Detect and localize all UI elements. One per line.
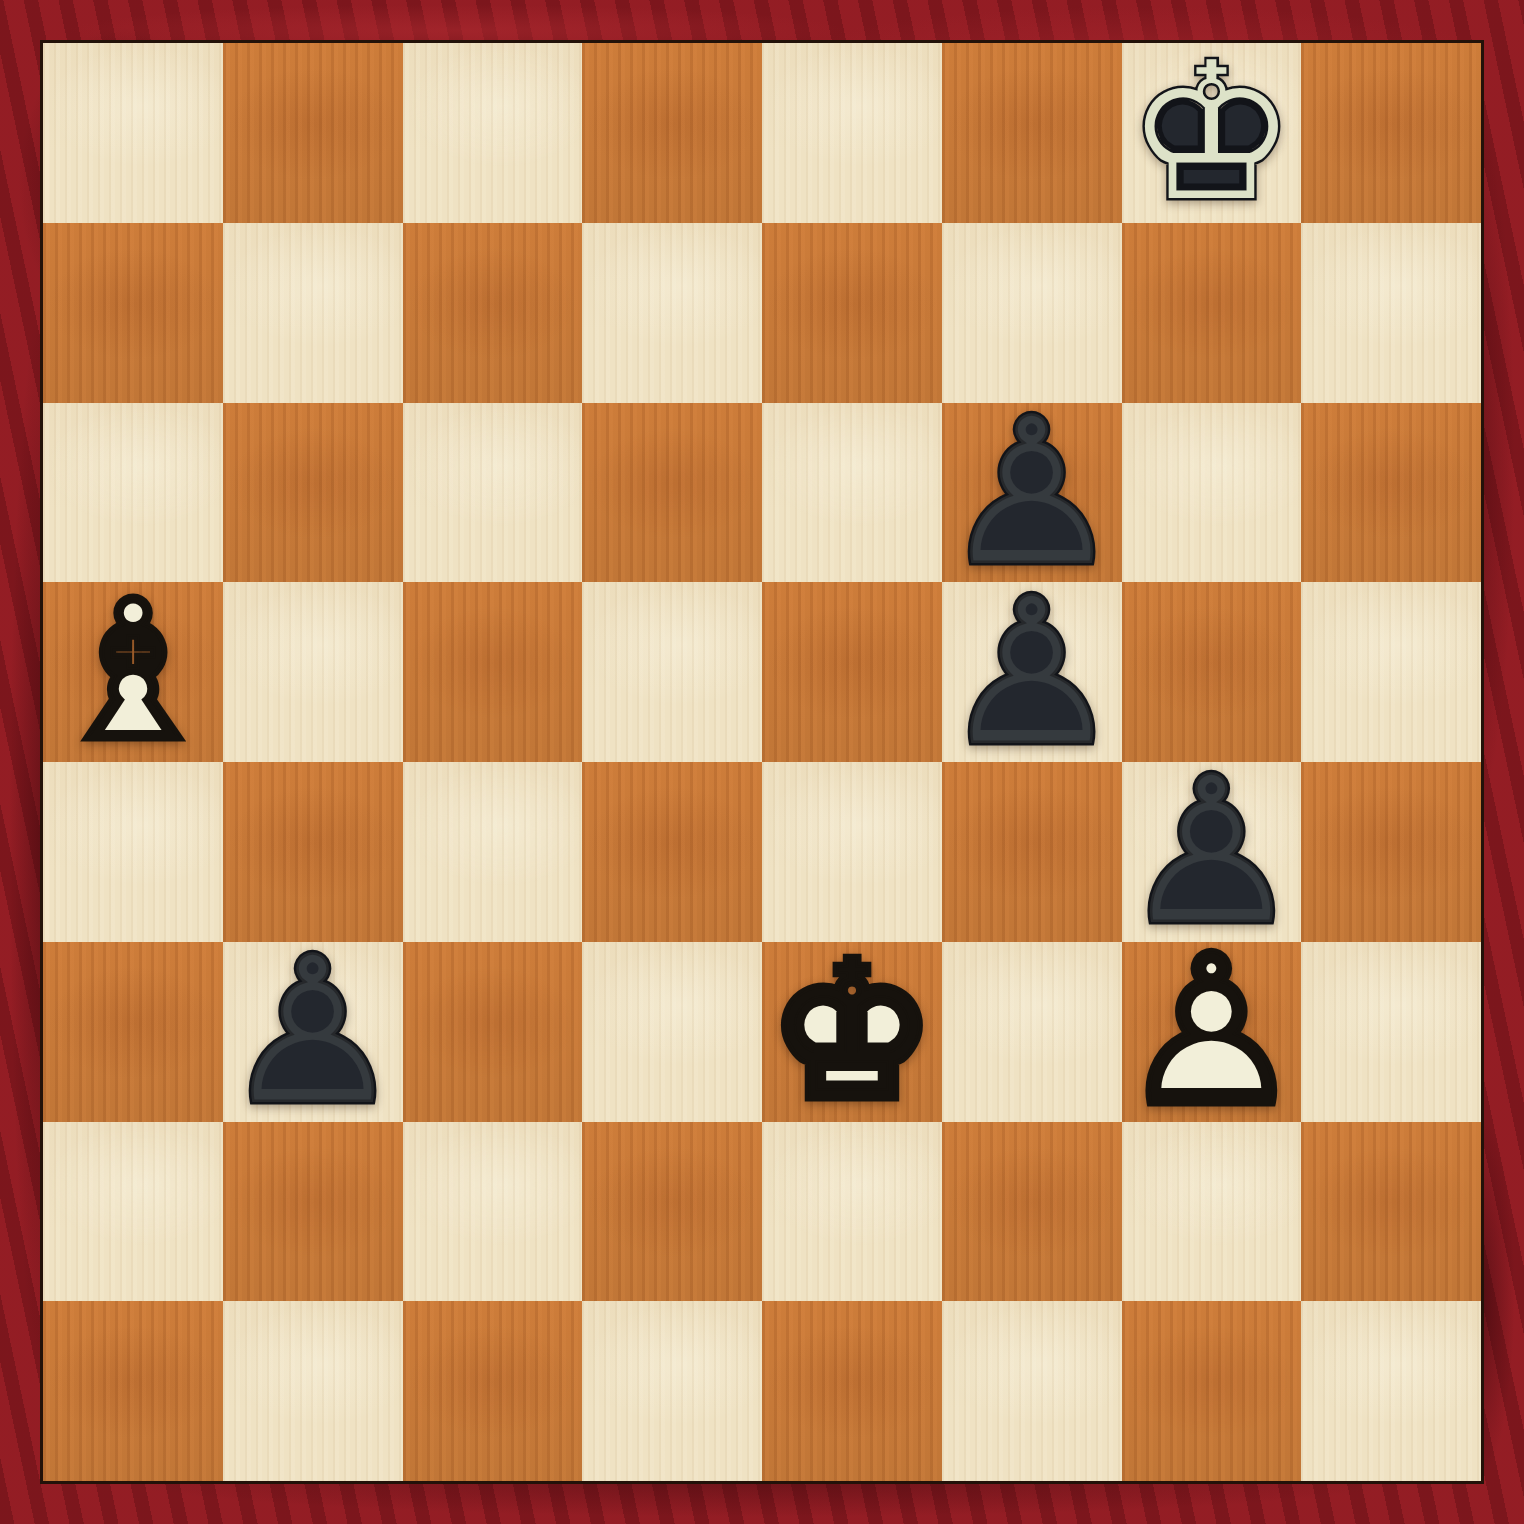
square-f3[interactable] [942,942,1122,1122]
square-c4[interactable] [403,762,583,942]
black-king[interactable]: ♚♔ [1122,43,1302,223]
square-h7[interactable] [1301,223,1481,403]
square-c1[interactable] [403,1301,583,1481]
board-frame: ♚♔♟♙♝♗♟♙♟♙♟♙♚♔♟♙ [0,0,1524,1524]
square-a4[interactable] [43,762,223,942]
square-f1[interactable] [942,1301,1122,1481]
square-c5[interactable] [403,582,583,762]
black-pawn-detail: ♙ [942,582,1122,762]
square-c6[interactable] [403,403,583,583]
square-h1[interactable] [1301,1301,1481,1481]
square-e7[interactable] [762,223,942,403]
square-g2[interactable] [1122,1122,1302,1302]
square-h6[interactable] [1301,403,1481,583]
square-b5[interactable] [223,582,403,762]
square-f2[interactable] [942,1122,1122,1302]
square-c8[interactable] [403,43,583,223]
square-f4[interactable] [942,762,1122,942]
square-a6[interactable] [43,403,223,583]
square-b3[interactable]: ♟♙ [223,942,403,1122]
square-g8[interactable]: ♚♔ [1122,43,1302,223]
square-a2[interactable] [43,1122,223,1302]
white-king-detail: ♔ [762,942,942,1122]
white-bishop[interactable]: ♝♗ [43,582,223,762]
square-a1[interactable] [43,1301,223,1481]
square-b1[interactable] [223,1301,403,1481]
square-c2[interactable] [403,1122,583,1302]
square-h2[interactable] [1301,1122,1481,1302]
square-g3[interactable]: ♟♙ [1122,942,1302,1122]
square-d1[interactable] [582,1301,762,1481]
square-c3[interactable] [403,942,583,1122]
square-b7[interactable] [223,223,403,403]
square-a7[interactable] [43,223,223,403]
white-king[interactable]: ♚♔ [762,942,942,1122]
square-e8[interactable] [762,43,942,223]
chess-board: ♚♔♟♙♝♗♟♙♟♙♟♙♚♔♟♙ [40,40,1484,1484]
square-c7[interactable] [403,223,583,403]
square-g1[interactable] [1122,1301,1302,1481]
square-f5[interactable]: ♟♙ [942,582,1122,762]
black-pawn-detail: ♙ [223,942,403,1122]
black-pawn[interactable]: ♟♙ [223,942,403,1122]
square-d2[interactable] [582,1122,762,1302]
white-bishop-detail: ♗ [43,582,223,762]
square-g6[interactable] [1122,403,1302,583]
square-e3[interactable]: ♚♔ [762,942,942,1122]
square-d6[interactable] [582,403,762,583]
square-d3[interactable] [582,942,762,1122]
square-a5[interactable]: ♝♗ [43,582,223,762]
white-pawn[interactable]: ♟♙ [1122,942,1302,1122]
square-e2[interactable] [762,1122,942,1302]
square-h4[interactable] [1301,762,1481,942]
black-pawn[interactable]: ♟♙ [942,582,1122,762]
square-b8[interactable] [223,43,403,223]
square-f8[interactable] [942,43,1122,223]
square-b2[interactable] [223,1122,403,1302]
square-e4[interactable] [762,762,942,942]
square-a3[interactable] [43,942,223,1122]
square-d4[interactable] [582,762,762,942]
square-d7[interactable] [582,223,762,403]
square-e1[interactable] [762,1301,942,1481]
square-e6[interactable] [762,403,942,583]
square-h3[interactable] [1301,942,1481,1122]
square-e5[interactable] [762,582,942,762]
square-g7[interactable] [1122,223,1302,403]
square-a8[interactable] [43,43,223,223]
square-h8[interactable] [1301,43,1481,223]
square-d8[interactable] [582,43,762,223]
white-pawn-detail: ♙ [1122,942,1302,1122]
black-king-detail: ♔ [1122,43,1302,223]
square-b6[interactable] [223,403,403,583]
square-h5[interactable] [1301,582,1481,762]
square-d5[interactable] [582,582,762,762]
